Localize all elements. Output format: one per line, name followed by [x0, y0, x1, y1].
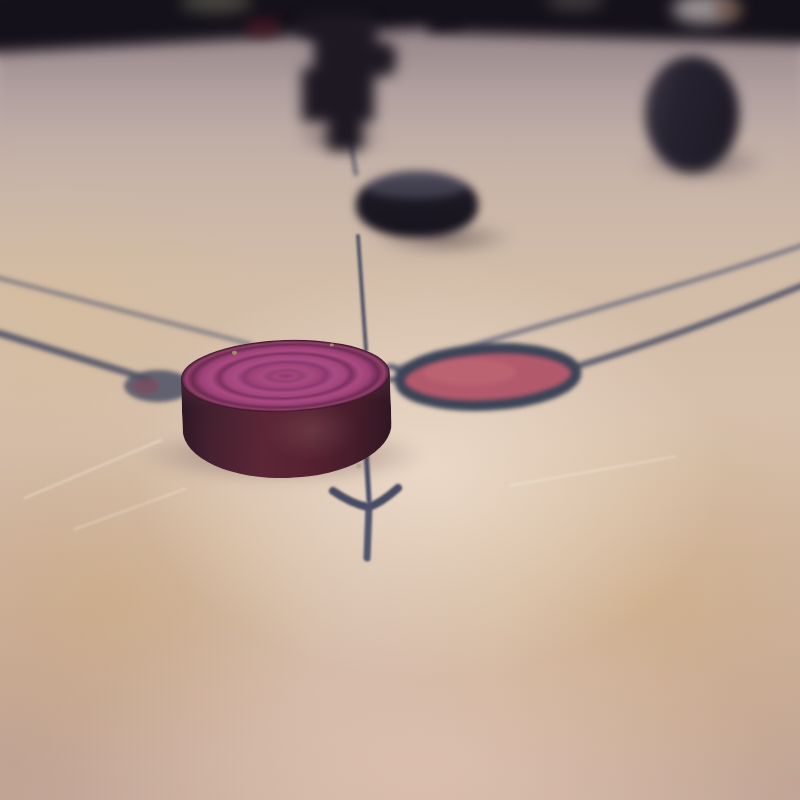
maroon-carrom-queen — [180, 336, 394, 482]
corner-arrow-tail — [367, 506, 369, 558]
stack-foot — [328, 118, 362, 150]
black-carrom-man-on-edge — [645, 56, 739, 172]
coin-top-sheen — [366, 175, 466, 199]
right-baseline-front-line — [568, 284, 800, 369]
corner-arrow-mid-segment — [358, 236, 366, 350]
left-baseline-front-line — [0, 332, 148, 379]
corner-arrow-barb-right — [369, 488, 398, 507]
red-circle-highlight — [424, 359, 516, 385]
stack-stem — [314, 32, 376, 70]
black-carrom-man — [356, 171, 478, 237]
left-end-circle-red-hint — [133, 378, 159, 394]
left-baseline-rear-line — [0, 277, 250, 344]
carrom-board-photo — [0, 0, 800, 800]
black-piece-stack — [292, 8, 408, 154]
stack-base — [302, 68, 374, 122]
corner-arrow-barb-left — [333, 491, 368, 507]
